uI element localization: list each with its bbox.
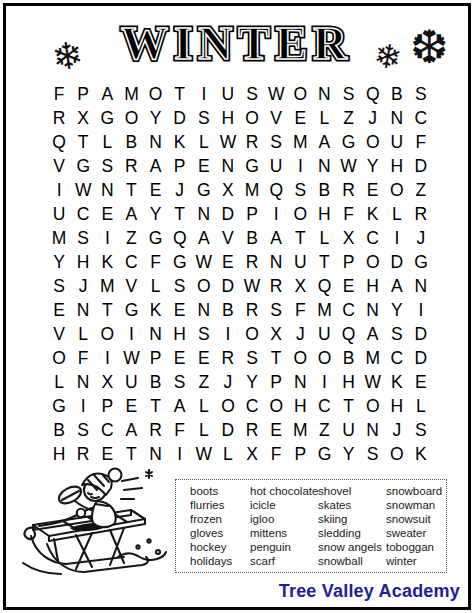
grid-cell-r13c9[interactable]: Y [240, 370, 264, 394]
grid-cell-r3c7[interactable]: L [192, 130, 216, 154]
grid-cell-r16c3[interactable]: E [95, 442, 119, 466]
grid-cell-r15c9[interactable]: R [240, 418, 264, 442]
word-list-item: hot chocolate [250, 485, 318, 499]
grid-cell-r16c13[interactable]: Y [337, 442, 361, 466]
grid-cell-r2c3[interactable]: G [95, 106, 119, 130]
grid-cell-r6c7[interactable]: N [192, 202, 216, 226]
grid-cell-r16c2[interactable]: R [71, 442, 95, 466]
grid-cell-r11c14[interactable]: A [361, 322, 385, 346]
grid-cell-r6c15[interactable]: L [385, 202, 409, 226]
word-list-item: hockey [190, 541, 232, 555]
grid-cell-r5c9[interactable]: M [240, 178, 264, 202]
grid-cell-r5c16[interactable]: Z [409, 178, 433, 202]
grid-cell-r14c3[interactable]: P [95, 394, 119, 418]
grid-cell-r16c15[interactable]: O [385, 442, 409, 466]
grid-cell-r6c12[interactable]: H [312, 202, 336, 226]
grid-cell-r2c7[interactable]: S [192, 106, 216, 130]
grid-cell-r13c5[interactable]: B [144, 370, 168, 394]
grid-cell-r1c5[interactable]: O [144, 82, 168, 106]
grid-cell-r11c2[interactable]: L [71, 322, 95, 346]
grid-cell-r10c5[interactable]: K [144, 298, 168, 322]
grid-cell-r7c4[interactable]: Z [119, 226, 143, 250]
grid-cell-r1c4[interactable]: M [119, 82, 143, 106]
grid-cell-r7c3[interactable]: I [95, 226, 119, 250]
grid-cell-r15c10[interactable]: E [264, 418, 288, 442]
grid-cell-r6c6[interactable]: T [168, 202, 192, 226]
grid-cell-r15c7[interactable]: L [192, 418, 216, 442]
grid-cell-r10c13[interactable]: C [337, 298, 361, 322]
grid-cell-r7c9[interactable]: B [240, 226, 264, 250]
grid-cell-r2c11[interactable]: E [288, 106, 312, 130]
grid-cell-r9c13[interactable]: E [337, 274, 361, 298]
grid-cell-r4c12[interactable]: N [312, 154, 336, 178]
grid-cell-r12c1[interactable]: O [47, 346, 71, 370]
grid-cell-r15c15[interactable]: J [385, 418, 409, 442]
grid-cell-r3c13[interactable]: G [337, 130, 361, 154]
word-list-item: skiing [318, 513, 382, 527]
grid-cell-r1c10[interactable]: W [264, 82, 288, 106]
grid-cell-r10c8[interactable]: B [216, 298, 240, 322]
grid-cell-r4c8[interactable]: N [216, 154, 240, 178]
grid-cell-r15c5[interactable]: R [144, 418, 168, 442]
grid-cell-r16c10[interactable]: F [264, 442, 288, 466]
grid-cell-r1c15[interactable]: B [385, 82, 409, 106]
grid-cell-r11c13[interactable]: Q [337, 322, 361, 346]
grid-cell-r13c15[interactable]: K [385, 370, 409, 394]
grid-cell-r10c7[interactable]: N [192, 298, 216, 322]
grid-cell-r8c4[interactable]: C [119, 250, 143, 274]
grid-cell-r8c11[interactable]: U [288, 250, 312, 274]
grid-cell-r13c7[interactable]: Z [192, 370, 216, 394]
grid-cell-r16c11[interactable]: P [288, 442, 312, 466]
grid-cell-r7c13[interactable]: X [337, 226, 361, 250]
grid-cell-r2c15[interactable]: N [385, 106, 409, 130]
word-list-item: winter [386, 555, 442, 569]
grid-cell-r10c9[interactable]: R [240, 298, 264, 322]
grid-cell-r9c7[interactable]: O [192, 274, 216, 298]
grid-cell-r3c8[interactable]: W [216, 130, 240, 154]
grid-cell-r8c10[interactable]: N [264, 250, 288, 274]
grid-cell-r7c15[interactable]: I [385, 226, 409, 250]
grid-cell-r15c14[interactable]: N [361, 418, 385, 442]
grid-cell-r3c11[interactable]: M [288, 130, 312, 154]
grid-cell-r13c6[interactable]: S [168, 370, 192, 394]
grid-cell-r1c3[interactable]: A [95, 82, 119, 106]
grid-cell-r13c4[interactable]: U [119, 370, 143, 394]
grid-cell-r4c15[interactable]: H [385, 154, 409, 178]
grid-cell-r8c3[interactable]: K [95, 250, 119, 274]
grid-cell-r12c8[interactable]: R [216, 346, 240, 370]
grid-cell-r5c14[interactable]: E [361, 178, 385, 202]
grid-cell-r5c12[interactable]: B [312, 178, 336, 202]
grid-cell-r10c15[interactable]: Y [385, 298, 409, 322]
grid-cell-r3c14[interactable]: O [361, 130, 385, 154]
sled-kid-illustration [18, 464, 168, 586]
grid-cell-r15c3[interactable]: C [95, 418, 119, 442]
grid-cell-r10c10[interactable]: S [264, 298, 288, 322]
grid-cell-r9c15[interactable]: A [385, 274, 409, 298]
grid-cell-r14c2[interactable]: I [71, 394, 95, 418]
grid-cell-r1c16[interactable]: S [409, 82, 433, 106]
grid-cell-r14c14[interactable]: O [361, 394, 385, 418]
grid-cell-r3c16[interactable]: F [409, 130, 433, 154]
grid-cell-r5c1[interactable]: I [47, 178, 71, 202]
grid-cell-r1c11[interactable]: O [288, 82, 312, 106]
word-list-item: holidays [190, 555, 232, 569]
grid-cell-r1c6[interactable]: T [168, 82, 192, 106]
grid-cell-r2c4[interactable]: O [119, 106, 143, 130]
grid-cell-r10c14[interactable]: N [361, 298, 385, 322]
grid-cell-r9c14[interactable]: H [361, 274, 385, 298]
grid-cell-r13c10[interactable]: P [264, 370, 288, 394]
word-list-item: toboggan [386, 541, 442, 555]
grid-cell-r16c4[interactable]: T [119, 442, 143, 466]
word-list-column-4: snowboardsnowmansnowsuitsweatertobogganw… [386, 485, 442, 568]
word-list: bootsflurriesfrozengloveshockeyholidaysh… [175, 479, 447, 573]
word-list-column-3: shovelskatesskiingsleddingsnow angelssno… [318, 485, 382, 568]
grid-cell-r1c12[interactable]: N [312, 82, 336, 106]
grid-cell-r1c13[interactable]: S [337, 82, 361, 106]
grid-cell-r8c1[interactable]: Y [47, 250, 71, 274]
grid-cell-r1c1[interactable]: F [47, 82, 71, 106]
grid-cell-r8c15[interactable]: D [385, 250, 409, 274]
grid-cell-r6c9[interactable]: P [240, 202, 264, 226]
grid-cell-r13c1[interactable]: L [47, 370, 71, 394]
snowflake-icon-right-small: ❄ [371, 38, 404, 75]
grid-cell-r14c5[interactable]: T [144, 394, 168, 418]
grid-cell-r14c12[interactable]: C [312, 394, 336, 418]
grid-cell-r7c11[interactable]: T [288, 226, 312, 250]
grid-cell-r5c3[interactable]: N [95, 178, 119, 202]
grid-cell-r6c8[interactable]: D [216, 202, 240, 226]
grid-cell-r4c2[interactable]: G [71, 154, 95, 178]
grid-cell-r2c8[interactable]: H [216, 106, 240, 130]
grid-cell-r2c2[interactable]: X [71, 106, 95, 130]
word-list-item: frozen [190, 513, 232, 527]
grid-cell-r13c16[interactable]: E [409, 370, 433, 394]
grid-cell-r15c16[interactable]: S [409, 418, 433, 442]
grid-cell-r11c16[interactable]: D [409, 322, 433, 346]
grid-cell-r5c8[interactable]: X [216, 178, 240, 202]
grid-cell-r14c15[interactable]: H [385, 394, 409, 418]
grid-cell-r16c6[interactable]: I [168, 442, 192, 466]
grid-cell-r9c5[interactable]: L [144, 274, 168, 298]
grid-cell-r14c11[interactable]: H [288, 394, 312, 418]
grid-cell-r2c6[interactable]: D [168, 106, 192, 130]
grid-cell-r15c2[interactable]: S [71, 418, 95, 442]
grid-cell-r11c12[interactable]: U [312, 322, 336, 346]
grid-cell-r12c6[interactable]: E [168, 346, 192, 370]
grid-cell-r9c2[interactable]: J [71, 274, 95, 298]
grid-cell-r5c4[interactable]: T [119, 178, 143, 202]
grid-cell-r4c10[interactable]: U [264, 154, 288, 178]
grid-cell-r5c11[interactable]: S [288, 178, 312, 202]
grid-cell-r14c1[interactable]: G [47, 394, 71, 418]
grid-cell-r14c9[interactable]: C [240, 394, 264, 418]
grid-cell-r6c2[interactable]: C [71, 202, 95, 226]
grid-cell-r3c15[interactable]: U [385, 130, 409, 154]
grid-cell-r9c6[interactable]: S [168, 274, 192, 298]
grid-cell-r12c3[interactable]: I [95, 346, 119, 370]
grid-cell-r7c12[interactable]: L [312, 226, 336, 250]
grid-cell-r4c3[interactable]: S [95, 154, 119, 178]
grid-cell-r5c6[interactable]: J [168, 178, 192, 202]
grid-cell-r1c14[interactable]: Q [361, 82, 385, 106]
grid-cell-r2c5[interactable]: Y [144, 106, 168, 130]
grid-cell-r11c7[interactable]: S [192, 322, 216, 346]
grid-cell-r8c7[interactable]: W [192, 250, 216, 274]
grid-cell-r11c10[interactable]: X [264, 322, 288, 346]
grid-cell-r14c6[interactable]: A [168, 394, 192, 418]
grid-cell-r5c7[interactable]: G [192, 178, 216, 202]
grid-cell-r3c5[interactable]: N [144, 130, 168, 154]
grid-cell-r12c14[interactable]: M [361, 346, 385, 370]
grid-cell-r3c12[interactable]: A [312, 130, 336, 154]
grid-cell-r15c13[interactable]: U [337, 418, 361, 442]
grid-cell-r11c15[interactable]: S [385, 322, 409, 346]
grid-cell-r10c3[interactable]: T [95, 298, 119, 322]
grid-cell-r7c6[interactable]: Q [168, 226, 192, 250]
grid-cell-r4c9[interactable]: G [240, 154, 264, 178]
grid-cell-r15c11[interactable]: M [288, 418, 312, 442]
word-list-item: skates [318, 499, 382, 513]
grid-cell-r2c10[interactable]: V [264, 106, 288, 130]
grid-cell-r15c1[interactable]: B [47, 418, 71, 442]
grid-cell-r5c5[interactable]: E [144, 178, 168, 202]
grid-cell-r2c9[interactable]: O [240, 106, 264, 130]
grid-cell-r4c4[interactable]: R [119, 154, 143, 178]
word-list-item: igloo [250, 513, 318, 527]
grid-cell-r6c16[interactable]: R [409, 202, 433, 226]
grid-cell-r5c13[interactable]: R [337, 178, 361, 202]
grid-cell-r5c10[interactable]: Q [264, 178, 288, 202]
grid-cell-r8c6[interactable]: G [168, 250, 192, 274]
grid-cell-r4c7[interactable]: E [192, 154, 216, 178]
grid-cell-r11c11[interactable]: J [288, 322, 312, 346]
grid-cell-r6c13[interactable]: F [337, 202, 361, 226]
grid-cell-r3c1[interactable]: Q [47, 130, 71, 154]
word-list-item: snow angels [318, 541, 382, 555]
word-list-column-1: bootsflurriesfrozengloveshockeyholidays [190, 485, 232, 568]
grid-cell-r2c12[interactable]: L [312, 106, 336, 130]
worksheet-page: ❄ WINTER WINTER ❄ ❆ FPAMOTIUSWONSQBSRXGO… [0, 0, 474, 613]
grid-cell-r6c5[interactable]: Y [144, 202, 168, 226]
grid-cell-r10c11[interactable]: F [288, 298, 312, 322]
grid-cell-r10c6[interactable]: E [168, 298, 192, 322]
grid-cell-r7c16[interactable]: J [409, 226, 433, 250]
grid-cell-r12c4[interactable]: W [119, 346, 143, 370]
word-list-item: snowman [386, 499, 442, 513]
grid-cell-r1c8[interactable]: U [216, 82, 240, 106]
grid-cell-r10c4[interactable]: G [119, 298, 143, 322]
grid-cell-r2c1[interactable]: R [47, 106, 71, 130]
grid-cell-r5c2[interactable]: W [71, 178, 95, 202]
grid-cell-r2c14[interactable]: J [361, 106, 385, 130]
grid-cell-r12c13[interactable]: B [337, 346, 361, 370]
word-list-item: gloves [190, 527, 232, 541]
snowflake-icon-right-large: ❆ [410, 24, 449, 70]
grid-cell-r12c7[interactable]: E [192, 346, 216, 370]
grid-cell-r10c12[interactable]: M [312, 298, 336, 322]
word-list-item: mittens [250, 527, 318, 541]
grid-cell-r6c10[interactable]: I [264, 202, 288, 226]
grid-cell-r14c7[interactable]: L [192, 394, 216, 418]
grid-cell-r3c4[interactable]: B [119, 130, 143, 154]
grid-cell-r14c16[interactable]: L [409, 394, 433, 418]
grid-cell-r5c15[interactable]: O [385, 178, 409, 202]
page-border: ❄ WINTER WINTER ❄ ❆ FPAMOTIUSWONSQBSRXGO… [3, 3, 471, 610]
grid-cell-r15c12[interactable]: Z [312, 418, 336, 442]
grid-cell-r8c12[interactable]: T [312, 250, 336, 274]
grid-cell-r7c8[interactable]: V [216, 226, 240, 250]
letter-grid: FPAMOTIUSWONSQBSRXGOYDSHOVELZJNCQTLBNKLW… [47, 82, 433, 466]
grid-cell-r9c16[interactable]: N [409, 274, 433, 298]
grid-cell-r4c6[interactable]: P [168, 154, 192, 178]
word-list-item: penguin [250, 541, 318, 555]
grid-cell-r9c12[interactable]: Q [312, 274, 336, 298]
grid-cell-r7c5[interactable]: G [144, 226, 168, 250]
grid-cell-r13c11[interactable]: N [288, 370, 312, 394]
grid-cell-r3c6[interactable]: K [168, 130, 192, 154]
word-list-item: snowball [318, 555, 382, 569]
grid-cell-r12c9[interactable]: S [240, 346, 264, 370]
grid-cell-r8c13[interactable]: P [337, 250, 361, 274]
grid-cell-r9c11[interactable]: X [288, 274, 312, 298]
grid-cell-r15c8[interactable]: D [216, 418, 240, 442]
grid-cell-r16c7[interactable]: W [192, 442, 216, 466]
grid-cell-r6c3[interactable]: E [95, 202, 119, 226]
grid-cell-r16c1[interactable]: H [47, 442, 71, 466]
grid-cell-r2c13[interactable]: Z [337, 106, 361, 130]
grid-cell-r8c16[interactable]: G [409, 250, 433, 274]
grid-cell-r4c13[interactable]: W [337, 154, 361, 178]
grid-cell-r14c10[interactable]: O [264, 394, 288, 418]
grid-cell-r9c10[interactable]: R [264, 274, 288, 298]
grid-cell-r1c2[interactable]: P [71, 82, 95, 106]
grid-cell-r3c2[interactable]: T [71, 130, 95, 154]
word-list-item: shovel [318, 485, 382, 499]
grid-cell-r3c3[interactable]: L [95, 130, 119, 154]
grid-cell-r9c4[interactable]: V [119, 274, 143, 298]
grid-cell-r1c9[interactable]: S [240, 82, 264, 106]
grid-cell-r12c16[interactable]: D [409, 346, 433, 370]
grid-cell-r8c9[interactable]: R [240, 250, 264, 274]
grid-cell-r16c16[interactable]: K [409, 442, 433, 466]
word-list-item: boots [190, 485, 232, 499]
grid-cell-r12c2[interactable]: F [71, 346, 95, 370]
grid-cell-r3c9[interactable]: R [240, 130, 264, 154]
grid-cell-r13c8[interactable]: J [216, 370, 240, 394]
grid-cell-r16c9[interactable]: X [240, 442, 264, 466]
grid-cell-r6c1[interactable]: U [47, 202, 71, 226]
grid-cell-r13c2[interactable]: N [71, 370, 95, 394]
grid-cell-r4c5[interactable]: A [144, 154, 168, 178]
word-list-item: snowsuit [386, 513, 442, 527]
grid-cell-r12c11[interactable]: O [288, 346, 312, 370]
grid-cell-r16c12[interactable]: G [312, 442, 336, 466]
grid-cell-r9c3[interactable]: M [95, 274, 119, 298]
grid-cell-r10c16[interactable]: I [409, 298, 433, 322]
grid-cell-r15c6[interactable]: F [168, 418, 192, 442]
grid-cell-r14c8[interactable]: O [216, 394, 240, 418]
grid-cell-r7c1[interactable]: M [47, 226, 71, 250]
grid-cell-r10c1[interactable]: E [47, 298, 71, 322]
word-list-item: scarf [250, 555, 318, 569]
branding-text: Tree Valley Academy [279, 581, 460, 602]
grid-cell-r9c8[interactable]: D [216, 274, 240, 298]
grid-cell-r14c4[interactable]: E [119, 394, 143, 418]
grid-cell-r4c1[interactable]: V [47, 154, 71, 178]
grid-cell-r14c13[interactable]: T [337, 394, 361, 418]
grid-cell-r4c16[interactable]: D [409, 154, 433, 178]
grid-cell-r16c5[interactable]: N [144, 442, 168, 466]
grid-cell-r16c14[interactable]: S [361, 442, 385, 466]
word-list-item: flurries [190, 499, 232, 513]
grid-cell-r13c14[interactable]: W [361, 370, 385, 394]
grid-cell-r11c4[interactable]: I [119, 322, 143, 346]
puzzle-title-text: WINTER [121, 20, 353, 67]
grid-cell-r12c12[interactable]: O [312, 346, 336, 370]
grid-cell-r6c14[interactable]: K [361, 202, 385, 226]
grid-cell-r11c8[interactable]: I [216, 322, 240, 346]
grid-cell-r8c8[interactable]: E [216, 250, 240, 274]
grid-cell-r2c16[interactable]: C [409, 106, 433, 130]
grid-cell-r8c2[interactable]: H [71, 250, 95, 274]
grid-cell-r6c11[interactable]: O [288, 202, 312, 226]
grid-cell-r12c15[interactable]: C [385, 346, 409, 370]
word-list-item: snowboard [386, 485, 442, 499]
grid-cell-r13c3[interactable]: X [95, 370, 119, 394]
grid-cell-r11c3[interactable]: O [95, 322, 119, 346]
grid-cell-r7c2[interactable]: S [71, 226, 95, 250]
grid-cell-r13c13[interactable]: H [337, 370, 361, 394]
grid-cell-r10c2[interactable]: N [71, 298, 95, 322]
grid-cell-r1c7[interactable]: I [192, 82, 216, 106]
grid-cell-r12c10[interactable]: T [264, 346, 288, 370]
grid-cell-r11c1[interactable]: V [47, 322, 71, 346]
grid-cell-r7c14[interactable]: C [361, 226, 385, 250]
grid-cell-r11c6[interactable]: H [168, 322, 192, 346]
grid-cell-r7c10[interactable]: A [264, 226, 288, 250]
grid-cell-r8c14[interactable]: O [361, 250, 385, 274]
grid-cell-r4c14[interactable]: Y [361, 154, 385, 178]
word-list-item: sledding [318, 527, 382, 541]
word-list-column-2: hot chocolateicicleigloomittenspenguinsc… [250, 485, 318, 568]
grid-cell-r8c5[interactable]: F [144, 250, 168, 274]
grid-cell-r7c7[interactable]: A [192, 226, 216, 250]
grid-cell-r11c9[interactable]: O [240, 322, 264, 346]
grid-cell-r9c9[interactable]: W [240, 274, 264, 298]
grid-cell-r12c5[interactable]: P [144, 346, 168, 370]
grid-cell-r6c4[interactable]: A [119, 202, 143, 226]
grid-cell-r9c1[interactable]: S [47, 274, 71, 298]
grid-cell-r13c12[interactable]: I [312, 370, 336, 394]
grid-cell-r11c5[interactable]: N [144, 322, 168, 346]
word-list-item: icicle [250, 499, 318, 513]
grid-cell-r3c10[interactable]: S [264, 130, 288, 154]
grid-cell-r4c11[interactable]: I [288, 154, 312, 178]
word-list-item: sweater [386, 527, 442, 541]
grid-cell-r15c4[interactable]: A [119, 418, 143, 442]
grid-cell-r16c8[interactable]: L [216, 442, 240, 466]
